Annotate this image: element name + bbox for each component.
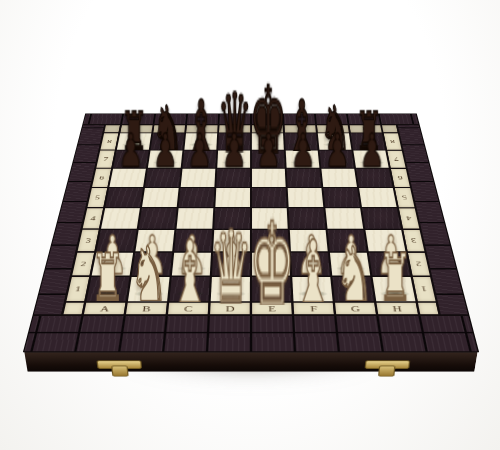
square-g1[interactable]: ♞ [332,277,374,301]
square-c5[interactable] [179,188,215,207]
square-h7[interactable]: ♟ [353,151,388,168]
square-f6[interactable] [287,169,322,187]
rank-label-right-8: 8 [384,133,402,149]
file-label-h: H [377,303,419,315]
rank-label-left-7: 7 [96,151,114,168]
square-c1[interactable]: ♝ [169,277,209,301]
square-h1[interactable]: ♜ [373,277,416,301]
piece-black-pawn[interactable]: ♟ [118,128,143,174]
piece-black-pawn[interactable]: ♟ [187,128,212,174]
square-g5[interactable] [323,188,360,207]
rank-label-left-5: 5 [88,188,108,207]
square-c6[interactable] [181,169,216,187]
square-a7[interactable]: ♟ [113,151,148,168]
square-e7[interactable]: ♟ [252,151,285,168]
piece-white-rook[interactable]: ♜ [90,244,124,310]
file-label-f: F [294,303,334,315]
square-d6[interactable] [216,169,250,187]
chess-board: 8877665544332211AABBCCDDEEFFGGHH♜♞♝♛♚♝♞♜… [23,113,479,352]
square-f7[interactable]: ♟ [286,151,320,168]
file-label-c: C [168,303,208,315]
rank-label-right-7: 7 [387,151,405,168]
product-photo: 8877665544332211AABBCCDDEEFFGGHH♜♞♝♛♚♝♞♜… [0,0,500,450]
square-b7[interactable]: ♟ [148,151,183,168]
file-label-b: B [126,303,167,315]
rank-label-right-5: 5 [395,188,415,207]
square-g7[interactable]: ♟ [320,151,355,168]
square-h5[interactable] [359,188,397,207]
rank-label-right-6: 6 [391,169,410,187]
square-e1[interactable]: ♚ [252,277,291,301]
piece-white-rook[interactable]: ♜ [378,244,412,310]
square-a6[interactable] [109,169,145,187]
rank-label-left-6: 6 [92,169,111,187]
rank-label-left-8: 8 [100,133,118,149]
square-f1[interactable]: ♝ [292,277,332,301]
square-b6[interactable] [145,169,181,187]
coord-corner-bottom-right [418,303,439,315]
piece-black-pawn[interactable]: ♟ [152,128,177,174]
square-a1[interactable]: ♜ [87,277,130,301]
piece-black-pawn[interactable]: ♟ [290,128,315,174]
piece-white-knight[interactable]: ♞ [129,237,167,313]
square-g6[interactable] [321,169,357,187]
piece-black-pawn[interactable]: ♟ [221,128,246,174]
board-front-edge [24,352,477,372]
piece-black-pawn[interactable]: ♟ [359,128,384,174]
file-label-g: G [335,303,376,315]
coord-corner-bottom-left [63,303,84,315]
piece-white-knight[interactable]: ♞ [335,237,373,313]
rank-label-left-1: 1 [66,277,89,301]
square-a5[interactable] [105,188,143,207]
square-c7[interactable]: ♟ [183,151,217,168]
piece-black-pawn[interactable]: ♟ [256,128,281,174]
file-label-a: A [84,303,126,315]
board-frame-bottom [24,316,477,352]
square-e6[interactable] [252,169,286,187]
piece-black-pawn[interactable]: ♟ [325,128,350,174]
left-hinge [97,360,143,369]
square-b1[interactable]: ♞ [128,277,170,301]
file-label-d: D [210,303,250,315]
right-hinge [364,360,410,369]
left-hinge-clasp [112,366,129,377]
square-h6[interactable] [356,169,392,187]
square-b5[interactable] [142,188,179,207]
file-label-e: E [252,303,292,315]
square-d7[interactable]: ♟ [217,151,250,168]
square-d1[interactable]: ♛ [211,277,250,301]
right-hinge-clasp [378,366,396,377]
square-d5[interactable] [215,188,250,207]
